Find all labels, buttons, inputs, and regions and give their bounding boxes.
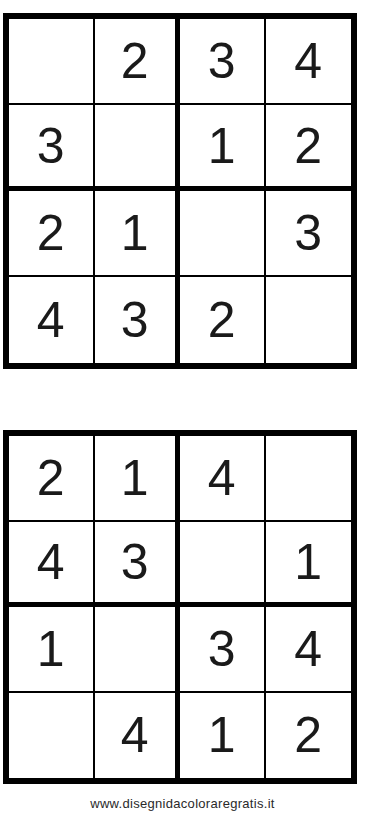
grid1-cell-r1c2: 2 [95,19,181,105]
grid2-cell-r4c1 [9,693,95,779]
grid1-cell-r2c2 [95,105,181,191]
grid2-cell-r3c3: 3 [180,607,266,693]
grid2-cell-r4c2: 4 [95,693,181,779]
grid1-cell-r3c4: 3 [266,191,352,277]
grid2-cell-r2c1: 4 [9,522,95,608]
grid1-cell-r3c3 [180,191,266,277]
watermark-url: www.disegnidacoloraregratis.it [0,796,365,811]
grid1-cell-r2c4: 2 [266,105,352,191]
grid2-cell-r4c4: 2 [266,693,352,779]
grid1-cell-r1c3: 3 [180,19,266,105]
grid1-cell-r2c1: 3 [9,105,95,191]
grid2-cell-r2c3 [180,522,266,608]
grid1-cell-r2c3: 1 [180,105,266,191]
grid1-cell-r3c2: 1 [95,191,181,277]
grid2-cell-r3c1: 1 [9,607,95,693]
grid1-cell-r1c1 [9,19,95,105]
grid2-cell-r1c2: 1 [95,436,181,522]
sudoku-grid-1: 234312213432 [3,13,357,369]
sudoku-grid-2: 214431134412 [3,430,357,784]
grid2-cell-r1c3: 4 [180,436,266,522]
grid2-cell-r3c4: 4 [266,607,352,693]
grid1-cell-r4c2: 3 [95,277,181,363]
grid2-cell-r3c2 [95,607,181,693]
grid2-cell-r4c3: 1 [180,693,266,779]
grid2-cell-r1c1: 2 [9,436,95,522]
grid2-cell-r2c4: 1 [266,522,352,608]
grid2-cell-r1c4 [266,436,352,522]
grid2-cell-r2c2: 3 [95,522,181,608]
grid1-cell-r4c4 [266,277,352,363]
grid1-cell-r3c1: 2 [9,191,95,277]
grid1-cell-r4c3: 2 [180,277,266,363]
sudoku-worksheet-page: 234312213432 214431134412 www.disegnidac… [0,0,365,819]
grid1-cell-r4c1: 4 [9,277,95,363]
grid1-cell-r1c4: 4 [266,19,352,105]
